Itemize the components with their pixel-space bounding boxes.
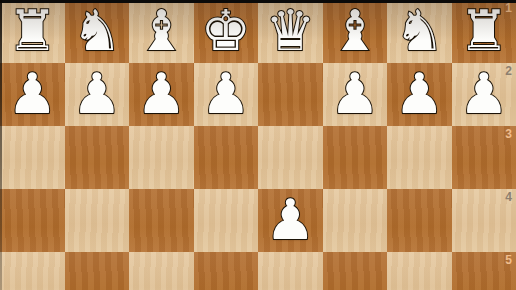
square-a4[interactable]: 4 — [452, 189, 516, 252]
square-e5[interactable] — [194, 252, 259, 290]
chess-board: ♜♞♝♚♛♝♞♜1♟♟♟♟♟♟♟23♟45 — [0, 0, 516, 290]
square-c4[interactable] — [323, 189, 388, 252]
square-f1[interactable]: ♝ — [129, 0, 194, 63]
square-a2[interactable]: ♟2 — [452, 63, 516, 126]
square-d3[interactable] — [258, 126, 323, 189]
square-f5[interactable] — [129, 252, 194, 290]
piece-wP-d4[interactable]: ♟ — [258, 189, 323, 252]
square-d2[interactable] — [258, 63, 323, 126]
square-h5[interactable] — [0, 252, 65, 290]
rank-label-1: 1 — [505, 2, 512, 14]
square-g3[interactable] — [65, 126, 130, 189]
rank-label-3: 3 — [505, 128, 512, 140]
square-c3[interactable] — [323, 126, 388, 189]
square-a3[interactable]: 3 — [452, 126, 516, 189]
piece-wP-f2[interactable]: ♟ — [129, 63, 194, 126]
square-f3[interactable] — [129, 126, 194, 189]
square-b5[interactable] — [387, 252, 452, 290]
rank-label-5: 5 — [505, 254, 512, 266]
square-h2[interactable]: ♟ — [0, 63, 65, 126]
square-g2[interactable]: ♟ — [65, 63, 130, 126]
square-h3[interactable] — [0, 126, 65, 189]
square-f2[interactable]: ♟ — [129, 63, 194, 126]
square-c2[interactable]: ♟ — [323, 63, 388, 126]
video-left-edge — [0, 0, 2, 290]
piece-wN-g1[interactable]: ♞ — [65, 0, 130, 63]
chess-app-viewport: ♜♞♝♚♛♝♞♜1♟♟♟♟♟♟♟23♟45 — [0, 0, 516, 290]
square-d5[interactable] — [258, 252, 323, 290]
piece-wP-e2[interactable]: ♟ — [194, 63, 259, 126]
square-d4[interactable]: ♟ — [258, 189, 323, 252]
square-e3[interactable] — [194, 126, 259, 189]
square-b4[interactable] — [387, 189, 452, 252]
square-g1[interactable]: ♞ — [65, 0, 130, 63]
square-g5[interactable] — [65, 252, 130, 290]
square-h4[interactable] — [0, 189, 65, 252]
square-b2[interactable]: ♟ — [387, 63, 452, 126]
piece-wP-b2[interactable]: ♟ — [387, 63, 452, 126]
square-g4[interactable] — [65, 189, 130, 252]
square-f4[interactable] — [129, 189, 194, 252]
square-e2[interactable]: ♟ — [194, 63, 259, 126]
piece-wN-b1[interactable]: ♞ — [387, 0, 452, 63]
square-b1[interactable]: ♞ — [387, 0, 452, 63]
piece-wP-g2[interactable]: ♟ — [65, 63, 130, 126]
video-top-edge — [0, 0, 516, 3]
square-e4[interactable] — [194, 189, 259, 252]
piece-wK-e1[interactable]: ♚ — [194, 0, 259, 63]
rank-label-4: 4 — [505, 191, 512, 203]
piece-wR-h1[interactable]: ♜ — [0, 0, 65, 63]
square-e1[interactable]: ♚ — [194, 0, 259, 63]
piece-wP-h2[interactable]: ♟ — [0, 63, 65, 126]
piece-wB-c1[interactable]: ♝ — [323, 0, 388, 63]
square-a5[interactable]: 5 — [452, 252, 516, 290]
square-a1[interactable]: ♜1 — [452, 0, 516, 63]
square-b3[interactable] — [387, 126, 452, 189]
piece-wP-c2[interactable]: ♟ — [323, 63, 388, 126]
square-c1[interactable]: ♝ — [323, 0, 388, 63]
rank-label-2: 2 — [505, 65, 512, 77]
piece-wB-f1[interactable]: ♝ — [129, 0, 194, 63]
square-c5[interactable] — [323, 252, 388, 290]
piece-wQ-d1[interactable]: ♛ — [258, 0, 323, 63]
square-d1[interactable]: ♛ — [258, 0, 323, 63]
square-h1[interactable]: ♜ — [0, 0, 65, 63]
